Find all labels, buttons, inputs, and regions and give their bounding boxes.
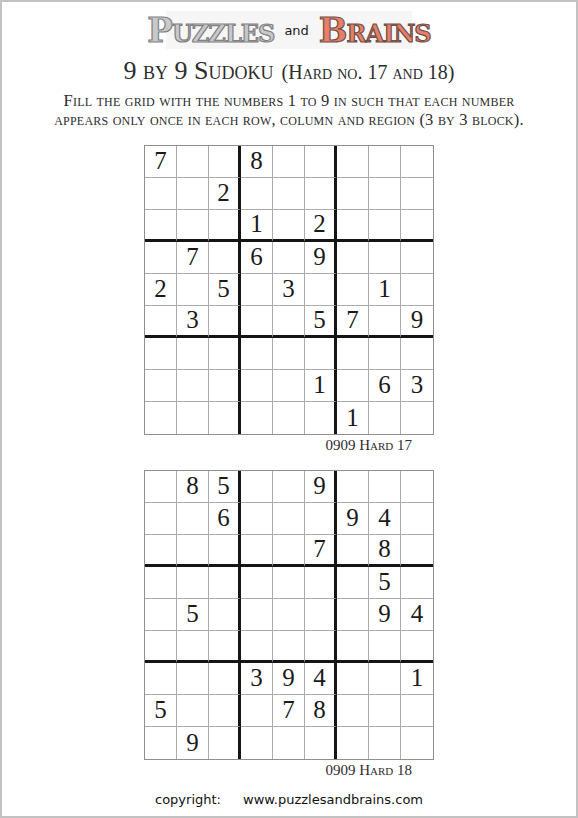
sudoku-cell-r4c3[interactable] bbox=[209, 567, 241, 599]
sudoku-cell-r7c9[interactable]: 1 bbox=[401, 663, 433, 695]
instructions-line-1: Fill the grid with the numbers 1 to 9 in… bbox=[2, 91, 576, 110]
sudoku-cell-r4c9[interactable] bbox=[401, 567, 433, 599]
sudoku-cell-r4c5[interactable] bbox=[273, 242, 305, 274]
sudoku-cell-r6c6[interactable]: 5 bbox=[305, 306, 337, 338]
sudoku-cell-r1c7[interactable] bbox=[337, 146, 369, 178]
sudoku-cell-r4c7[interactable] bbox=[337, 242, 369, 274]
sudoku-cell-r4c2[interactable]: 7 bbox=[177, 242, 209, 274]
sudoku-cell-r1c7[interactable] bbox=[337, 471, 369, 503]
sudoku-cell-r1c2[interactable]: 8 bbox=[177, 471, 209, 503]
sudoku-cell-r7c1[interactable] bbox=[145, 663, 177, 695]
sudoku-cell-r4c3[interactable] bbox=[209, 242, 241, 274]
sudoku-cell-r3c9[interactable] bbox=[401, 210, 433, 242]
sudoku-cell-r5c6[interactable] bbox=[305, 274, 337, 306]
sudoku-cell-r6c2[interactable]: 3 bbox=[177, 306, 209, 338]
sudoku-cell-r1c9[interactable] bbox=[401, 471, 433, 503]
sudoku-cell-r2c6[interactable] bbox=[305, 503, 337, 535]
sudoku-cell-r1c8[interactable] bbox=[369, 146, 401, 178]
sudoku-cell-r7c8[interactable] bbox=[369, 338, 401, 370]
sudoku-cell-r3c6[interactable]: 2 bbox=[305, 210, 337, 242]
sudoku-cell-r8c6[interactable]: 1 bbox=[305, 370, 337, 402]
sudoku-grid-hard-18: 85969478559439415789 bbox=[144, 470, 434, 760]
sudoku-cell-r6c3[interactable] bbox=[209, 306, 241, 338]
sudoku-cell-r4c1[interactable] bbox=[145, 242, 177, 274]
sudoku-cell-r7c6[interactable] bbox=[305, 338, 337, 370]
sudoku-cell-r5c7[interactable] bbox=[337, 599, 369, 631]
sudoku-cell-r9c2[interactable]: 9 bbox=[177, 727, 209, 759]
sudoku-cell-r3c5[interactable] bbox=[273, 210, 305, 242]
sudoku-cell-r7c8[interactable] bbox=[369, 663, 401, 695]
sudoku-cell-r2c3[interactable]: 2 bbox=[209, 178, 241, 210]
sudoku-cell-r3c5[interactable] bbox=[273, 535, 305, 567]
sudoku-cell-r7c5[interactable] bbox=[273, 338, 305, 370]
page: Puzzles and Brains 9 by 9 Sudoku (Hard n… bbox=[0, 0, 578, 818]
sudoku-cell-r8c1[interactable] bbox=[145, 370, 177, 402]
sudoku-cell-r7c5[interactable]: 9 bbox=[273, 663, 305, 695]
sudoku-cell-r5c4[interactable] bbox=[241, 274, 273, 306]
sudoku-cell-r4c2[interactable] bbox=[177, 567, 209, 599]
sudoku-cell-r2c4[interactable] bbox=[241, 503, 273, 535]
page-title-sub: (Hard no. 17 and 18) bbox=[282, 61, 455, 83]
sudoku-cell-r8c1[interactable]: 5 bbox=[145, 695, 177, 727]
sudoku-cell-r3c7[interactable] bbox=[337, 535, 369, 567]
sudoku-grid-hard-17: 78212769253135791631 bbox=[144, 145, 434, 435]
sudoku-cell-r8c6[interactable]: 8 bbox=[305, 695, 337, 727]
sudoku-cell-r7c7[interactable] bbox=[337, 338, 369, 370]
sudoku-cell-r7c6[interactable]: 4 bbox=[305, 663, 337, 695]
sudoku-cell-r8c8[interactable] bbox=[369, 695, 401, 727]
sudoku-cell-r9c1[interactable] bbox=[145, 402, 177, 434]
puzzle-hard-18: 85969478559439415789 0909 Hard 18 bbox=[144, 470, 434, 779]
sudoku-cell-r5c1[interactable]: 2 bbox=[145, 274, 177, 306]
sudoku-cell-r5c6[interactable] bbox=[305, 599, 337, 631]
website-url: www.puzzlesandbrains.com bbox=[243, 792, 423, 807]
sudoku-cell-r8c4[interactable] bbox=[241, 370, 273, 402]
sudoku-cell-r2c7[interactable] bbox=[337, 178, 369, 210]
sudoku-cell-r1c9[interactable] bbox=[401, 146, 433, 178]
sudoku-cell-r3c1[interactable] bbox=[145, 210, 177, 242]
page-title: 9 by 9 Sudoku (Hard no. 17 and 18) bbox=[2, 57, 576, 86]
sudoku-cell-r1c2[interactable] bbox=[177, 146, 209, 178]
sudoku-cell-r2c9[interactable] bbox=[401, 503, 433, 535]
sudoku-cell-r1c5[interactable] bbox=[273, 146, 305, 178]
logo-brains-text: Brains bbox=[319, 13, 431, 47]
instructions-line-2: appears only once in each row, column an… bbox=[2, 110, 576, 129]
sudoku-cell-r2c1[interactable] bbox=[145, 503, 177, 535]
sudoku-cell-r9c6[interactable] bbox=[305, 727, 337, 759]
logo-and-text: and bbox=[284, 23, 308, 38]
sudoku-cell-r2c2[interactable] bbox=[177, 503, 209, 535]
sudoku-cell-r4c8[interactable]: 5 bbox=[369, 567, 401, 599]
sudoku-cell-r4c1[interactable] bbox=[145, 567, 177, 599]
sudoku-cell-r2c4[interactable] bbox=[241, 178, 273, 210]
sudoku-cell-r1c3[interactable] bbox=[209, 146, 241, 178]
sudoku-cell-r9c7[interactable] bbox=[337, 727, 369, 759]
sudoku-cell-r6c8[interactable] bbox=[369, 306, 401, 338]
sudoku-cell-r6c3[interactable] bbox=[209, 631, 241, 663]
sudoku-cell-r7c1[interactable] bbox=[145, 338, 177, 370]
sudoku-cell-r5c3[interactable]: 5 bbox=[209, 274, 241, 306]
sudoku-cell-r4c6[interactable] bbox=[305, 567, 337, 599]
sudoku-cell-r9c9[interactable] bbox=[401, 727, 433, 759]
sudoku-cell-r2c6[interactable] bbox=[305, 178, 337, 210]
sudoku-cell-r9c3[interactable] bbox=[209, 727, 241, 759]
sudoku-cell-r9c5[interactable] bbox=[273, 727, 305, 759]
sudoku-cell-r5c8[interactable]: 1 bbox=[369, 274, 401, 306]
sudoku-cell-r2c8[interactable] bbox=[369, 178, 401, 210]
sudoku-cell-r6c5[interactable] bbox=[273, 306, 305, 338]
sudoku-cell-r5c2[interactable]: 5 bbox=[177, 599, 209, 631]
sudoku-cell-r2c9[interactable] bbox=[401, 178, 433, 210]
sudoku-cell-r1c4[interactable] bbox=[241, 471, 273, 503]
sudoku-cell-r7c3[interactable] bbox=[209, 663, 241, 695]
sudoku-cell-r3c2[interactable] bbox=[177, 210, 209, 242]
instructions: Fill the grid with the numbers 1 to 9 in… bbox=[2, 91, 576, 130]
puzzle-hard-18-caption: 0909 Hard 18 bbox=[144, 762, 434, 779]
sudoku-cell-r3c4[interactable] bbox=[241, 535, 273, 567]
sudoku-cell-r9c8[interactable] bbox=[369, 727, 401, 759]
sudoku-cell-r8c7[interactable] bbox=[337, 695, 369, 727]
sudoku-cell-r6c5[interactable] bbox=[273, 631, 305, 663]
sudoku-cell-r4c4[interactable]: 6 bbox=[241, 242, 273, 274]
sudoku-cell-r7c4[interactable]: 3 bbox=[241, 663, 273, 695]
sudoku-cell-r9c4[interactable] bbox=[241, 727, 273, 759]
sudoku-cell-r9c9[interactable] bbox=[401, 402, 433, 434]
puzzle-hard-17: 78212769253135791631 0909 Hard 17 bbox=[144, 145, 434, 454]
sudoku-cell-r8c9[interactable] bbox=[401, 695, 433, 727]
sudoku-cell-r3c9[interactable] bbox=[401, 535, 433, 567]
sudoku-cell-r3c3[interactable] bbox=[209, 210, 241, 242]
sudoku-cell-r1c5[interactable] bbox=[273, 471, 305, 503]
sudoku-cell-r5c7[interactable] bbox=[337, 274, 369, 306]
sudoku-cell-r8c5[interactable]: 7 bbox=[273, 695, 305, 727]
sudoku-cell-r3c1[interactable] bbox=[145, 535, 177, 567]
sudoku-cell-r7c9[interactable] bbox=[401, 338, 433, 370]
sudoku-cell-r2c8[interactable]: 4 bbox=[369, 503, 401, 535]
sudoku-cell-r1c4[interactable]: 8 bbox=[241, 146, 273, 178]
sudoku-cell-r8c2[interactable] bbox=[177, 695, 209, 727]
logo-puzzles-text: Puzzles bbox=[147, 13, 274, 47]
sudoku-cell-r5c8[interactable]: 9 bbox=[369, 599, 401, 631]
sudoku-cell-r6c9[interactable]: 9 bbox=[401, 306, 433, 338]
sudoku-cell-r5c5[interactable]: 3 bbox=[273, 274, 305, 306]
sudoku-cell-r5c9[interactable]: 4 bbox=[401, 599, 433, 631]
sudoku-cell-r6c2[interactable] bbox=[177, 631, 209, 663]
sudoku-cell-r4c8[interactable] bbox=[369, 242, 401, 274]
sudoku-cell-r6c8[interactable] bbox=[369, 631, 401, 663]
sudoku-cell-r5c5[interactable] bbox=[273, 599, 305, 631]
sudoku-cell-r5c9[interactable] bbox=[401, 274, 433, 306]
sudoku-cell-r8c5[interactable] bbox=[273, 370, 305, 402]
sudoku-cell-r8c2[interactable] bbox=[177, 370, 209, 402]
sudoku-cell-r5c2[interactable] bbox=[177, 274, 209, 306]
sudoku-cell-r5c3[interactable] bbox=[209, 599, 241, 631]
sudoku-cell-r9c2[interactable] bbox=[177, 402, 209, 434]
sudoku-cell-r1c1[interactable] bbox=[145, 471, 177, 503]
sudoku-cell-r4c6[interactable]: 9 bbox=[305, 242, 337, 274]
sudoku-cell-r8c9[interactable]: 3 bbox=[401, 370, 433, 402]
sudoku-cell-r1c1[interactable]: 7 bbox=[145, 146, 177, 178]
copyright-label: copyright: bbox=[155, 792, 221, 807]
sudoku-cell-r3c8[interactable] bbox=[369, 210, 401, 242]
sudoku-cell-r8c8[interactable]: 6 bbox=[369, 370, 401, 402]
sudoku-cell-r3c2[interactable] bbox=[177, 535, 209, 567]
sudoku-cell-r9c1[interactable] bbox=[145, 727, 177, 759]
sudoku-cell-r3c6[interactable]: 7 bbox=[305, 535, 337, 567]
sudoku-cell-r2c1[interactable] bbox=[145, 178, 177, 210]
sudoku-cell-r6c6[interactable] bbox=[305, 631, 337, 663]
sudoku-cell-r4c7[interactable] bbox=[337, 567, 369, 599]
sudoku-cell-r3c7[interactable] bbox=[337, 210, 369, 242]
sudoku-cell-r2c5[interactable] bbox=[273, 503, 305, 535]
sudoku-cell-r5c4[interactable] bbox=[241, 599, 273, 631]
sudoku-cell-r3c4[interactable]: 1 bbox=[241, 210, 273, 242]
sudoku-cell-r6c1[interactable] bbox=[145, 631, 177, 663]
sudoku-cell-r2c5[interactable] bbox=[273, 178, 305, 210]
sudoku-cell-r1c6[interactable] bbox=[305, 146, 337, 178]
sudoku-cell-r8c4[interactable] bbox=[241, 695, 273, 727]
sudoku-cell-r9c8[interactable] bbox=[369, 402, 401, 434]
sudoku-cell-r6c7[interactable] bbox=[337, 631, 369, 663]
sudoku-cell-r6c7[interactable]: 7 bbox=[337, 306, 369, 338]
sudoku-cell-r8c3[interactable] bbox=[209, 695, 241, 727]
sudoku-cell-r3c8[interactable]: 8 bbox=[369, 535, 401, 567]
page-title-main: 9 by 9 Sudoku bbox=[124, 56, 274, 85]
sudoku-cell-r9c3[interactable] bbox=[209, 402, 241, 434]
sudoku-cell-r7c7[interactable] bbox=[337, 663, 369, 695]
sudoku-cell-r1c3[interactable]: 5 bbox=[209, 471, 241, 503]
sudoku-cell-r9c4[interactable] bbox=[241, 402, 273, 434]
sudoku-cell-r9c7[interactable]: 1 bbox=[337, 402, 369, 434]
sudoku-cell-r8c7[interactable] bbox=[337, 370, 369, 402]
sudoku-cell-r1c8[interactable] bbox=[369, 471, 401, 503]
sudoku-cell-r9c5[interactable] bbox=[273, 402, 305, 434]
sudoku-cell-r6c1[interactable] bbox=[145, 306, 177, 338]
sudoku-cell-r1c6[interactable]: 9 bbox=[305, 471, 337, 503]
sudoku-cell-r4c4[interactable] bbox=[241, 567, 273, 599]
sudoku-cell-r6c4[interactable] bbox=[241, 631, 273, 663]
site-logo: Puzzles and Brains bbox=[166, 11, 412, 49]
sudoku-cell-r7c2[interactable] bbox=[177, 338, 209, 370]
sudoku-cell-r4c5[interactable] bbox=[273, 567, 305, 599]
sudoku-cell-r8c3[interactable] bbox=[209, 370, 241, 402]
sudoku-cell-r2c3[interactable]: 6 bbox=[209, 503, 241, 535]
sudoku-cell-r4c9[interactable] bbox=[401, 242, 433, 274]
sudoku-cell-r6c9[interactable] bbox=[401, 631, 433, 663]
footer: copyright: www.puzzlesandbrains.com bbox=[2, 792, 576, 807]
sudoku-cell-r3c3[interactable] bbox=[209, 535, 241, 567]
sudoku-cell-r2c7[interactable]: 9 bbox=[337, 503, 369, 535]
sudoku-cell-r6c4[interactable] bbox=[241, 306, 273, 338]
sudoku-cell-r7c3[interactable] bbox=[209, 338, 241, 370]
sudoku-cell-r7c2[interactable] bbox=[177, 663, 209, 695]
sudoku-cell-r2c2[interactable] bbox=[177, 178, 209, 210]
sudoku-cell-r9c6[interactable] bbox=[305, 402, 337, 434]
sudoku-cell-r7c4[interactable] bbox=[241, 338, 273, 370]
sudoku-cell-r5c1[interactable] bbox=[145, 599, 177, 631]
puzzle-hard-17-caption: 0909 Hard 17 bbox=[144, 437, 434, 454]
